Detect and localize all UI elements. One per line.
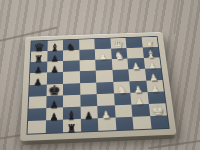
square-a1[interactable]	[28, 120, 46, 134]
piece-black-knight-c8[interactable]: ♞	[66, 42, 76, 52]
piece-white-pawn-g4[interactable]: ♟	[134, 85, 143, 94]
square-c5[interactable]	[63, 72, 80, 84]
square-d8[interactable]	[79, 39, 95, 50]
piece-white-pawn-e7[interactable]: ♟	[99, 53, 108, 61]
square-c4[interactable]	[63, 83, 80, 95]
square-c3[interactable]	[63, 94, 80, 107]
square-f4[interactable]: ♞	[113, 81, 131, 93]
square-d7[interactable]	[79, 49, 95, 60]
board-grid: ♛♝♞♛♜♜♟♟♞♝♟♟♟♟♟♟♚♞♟♟♟♟♟♝♟♟♚♜	[28, 37, 169, 134]
piece-black-pawn-b2[interactable]: ♟	[50, 112, 59, 122]
square-g1[interactable]	[132, 116, 151, 129]
piece-black-rook-a7[interactable]: ♜	[34, 55, 43, 64]
square-e8[interactable]	[94, 38, 110, 49]
square-c8[interactable]: ♞	[63, 40, 79, 51]
piece-white-queen-f8[interactable]: ♛	[112, 39, 124, 50]
piece-black-pawn-a6[interactable]: ♟	[34, 66, 43, 75]
piece-white-knight-f7[interactable]: ♞	[114, 51, 125, 61]
piece-black-king-b4[interactable]: ♚	[48, 84, 61, 98]
piece-white-pawn-g3[interactable]: ♟	[135, 97, 145, 107]
piece-black-bishop-b8[interactable]: ♝	[50, 43, 60, 53]
piece-black-pawn-b6[interactable]: ♟	[51, 66, 59, 75]
piece-white-pawn-h4[interactable]: ♟	[150, 84, 160, 93]
square-e2[interactable]: ♟	[97, 105, 115, 118]
square-h8[interactable]: ♜	[141, 37, 158, 48]
square-g7[interactable]	[126, 48, 143, 59]
piece-black-pawn-b3[interactable]: ♟	[50, 100, 59, 110]
piece-white-bishop-h7[interactable]: ♝	[146, 50, 157, 60]
square-f2[interactable]	[114, 104, 132, 117]
square-d2[interactable]: ♟	[80, 106, 98, 119]
square-f1[interactable]	[115, 117, 133, 130]
piece-white-pawn-h5[interactable]: ♟	[149, 73, 158, 82]
piece-white-king-h2[interactable]: ♚	[150, 103, 165, 118]
square-f7[interactable]: ♞	[111, 48, 128, 59]
square-h7[interactable]: ♝	[142, 47, 159, 58]
chess-board: ♛♝♞♛♜♜♟♟♞♝♟♟♟♟♟♟♚♞♟♟♟♟♟♝♟♟♚♜	[20, 32, 177, 141]
square-g8[interactable]	[126, 37, 143, 48]
piece-white-knight-f4[interactable]: ♞	[116, 84, 127, 95]
square-b4[interactable]: ♚	[46, 83, 63, 95]
piece-black-bishop-c2[interactable]: ♝	[66, 109, 77, 121]
square-d3[interactable]	[80, 94, 97, 107]
square-a3[interactable]	[29, 96, 46, 109]
piece-black-pawn-b7[interactable]: ♟	[51, 55, 59, 63]
piece-white-pawn-h6[interactable]: ♟	[148, 62, 157, 71]
square-d4[interactable]	[80, 82, 97, 94]
wood-floor: ♛♝♞♛♜♜♟♟♞♝♟♟♟♟♟♟♚♞♟♟♟♟♟♝♟♟♚♜	[0, 0, 200, 150]
square-c6[interactable]	[63, 61, 79, 73]
square-e3[interactable]	[97, 93, 115, 106]
piece-black-pawn-a5[interactable]: ♟	[34, 77, 43, 86]
square-g6[interactable]: ♟	[127, 58, 144, 70]
square-e5[interactable]	[96, 70, 113, 82]
square-g4[interactable]: ♟	[129, 80, 147, 92]
piece-black-queen-a8[interactable]: ♛	[33, 42, 45, 54]
square-a2[interactable]	[28, 108, 46, 121]
floor-plank-seam	[148, 139, 200, 149]
piece-white-pawn-g6[interactable]: ♟	[132, 63, 141, 72]
square-c2[interactable]: ♝	[63, 106, 80, 119]
square-a8[interactable]: ♛	[31, 41, 47, 52]
piece-black-rook-c1[interactable]: ♜	[67, 123, 77, 134]
square-h2[interactable]: ♚	[148, 103, 167, 116]
board-frame: ♛♝♞♛♜♜♟♟♞♝♟♟♟♟♟♟♚♞♟♟♟♟♟♝♟♟♚♜	[20, 32, 177, 141]
floor-plank-seam	[173, 0, 181, 34]
square-d6[interactable]	[79, 60, 96, 72]
square-f8[interactable]: ♛	[110, 38, 126, 49]
piece-black-pawn-d2[interactable]: ♟	[84, 111, 93, 121]
piece-white-pawn-e2[interactable]: ♟	[102, 110, 111, 120]
piece-white-rook-h8[interactable]: ♜	[145, 40, 155, 49]
square-e4[interactable]	[96, 82, 113, 94]
square-b8[interactable]: ♝	[47, 40, 63, 51]
square-f5[interactable]	[112, 70, 129, 82]
square-e7[interactable]: ♟	[95, 49, 112, 60]
square-d5[interactable]	[79, 71, 96, 83]
